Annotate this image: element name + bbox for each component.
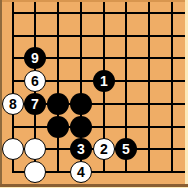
move-number-label: 3 — [77, 142, 85, 156]
grid-line-horizontal — [12, 126, 185, 127]
move-number-label: 4 — [77, 165, 85, 179]
frame-top-edge — [0, 0, 188, 2]
move-number-label: 8 — [9, 97, 17, 111]
move-number-label: 9 — [31, 51, 39, 65]
white-stone-move-8: 8 — [2, 93, 24, 115]
white-stone — [24, 138, 46, 160]
move-number-label: 1 — [100, 74, 108, 88]
move-number-label: 2 — [100, 142, 108, 156]
black-stone-move-9: 9 — [24, 47, 46, 69]
go-board: 961873254 — [0, 0, 188, 188]
grid-line-vertical — [57, 2, 58, 173]
white-stone — [24, 161, 46, 183]
white-stone-move-2: 2 — [93, 138, 115, 160]
go-diagram: 961873254 — [0, 0, 188, 188]
black-stone — [70, 93, 92, 115]
white-stone-move-6: 6 — [24, 70, 46, 92]
grid-line-horizontal — [12, 35, 185, 36]
black-stone-move-3: 3 — [70, 138, 92, 160]
white-stone — [2, 138, 24, 160]
move-number-label: 5 — [122, 142, 130, 156]
white-stone-move-4: 4 — [70, 161, 92, 183]
frame-bottom-highlight — [0, 187, 188, 188]
frame-left-edge — [0, 0, 2, 188]
grid-line-horizontal — [12, 12, 185, 13]
black-stone-move-7: 7 — [24, 93, 46, 115]
black-stone — [70, 116, 92, 138]
black-stone-move-1: 1 — [93, 70, 115, 92]
grid-line-vertical — [148, 2, 149, 173]
move-number-label: 6 — [31, 74, 39, 88]
grid-line-vertical — [171, 2, 172, 173]
black-stone — [47, 116, 69, 138]
black-stone-move-5: 5 — [115, 138, 137, 160]
frame-right-edge — [185, 0, 188, 188]
move-number-label: 7 — [31, 97, 39, 111]
black-stone — [47, 93, 69, 115]
